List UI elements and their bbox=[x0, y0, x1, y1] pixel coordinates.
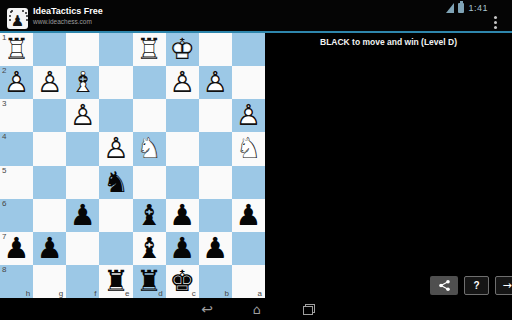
rank-label-4: 4 bbox=[2, 132, 6, 141]
square-g1[interactable] bbox=[33, 33, 66, 66]
square-f7[interactable] bbox=[66, 232, 99, 265]
recents-icon bbox=[303, 304, 315, 315]
piece-wP-b2[interactable]: ♟♙ bbox=[199, 66, 232, 99]
square-c7[interactable]: ♟ bbox=[166, 232, 199, 265]
square-f8[interactable]: f bbox=[66, 265, 99, 298]
piece-wP-c2[interactable]: ♟♙ bbox=[166, 66, 199, 99]
square-c5[interactable] bbox=[166, 166, 199, 199]
app-icon-sparks bbox=[10, 11, 12, 13]
square-f2[interactable]: ♝♗ bbox=[66, 66, 99, 99]
square-g8[interactable]: g bbox=[33, 265, 66, 298]
square-e3[interactable] bbox=[99, 99, 132, 132]
piece-wK-c1[interactable]: ♚♔ bbox=[166, 33, 199, 66]
square-d5[interactable] bbox=[133, 166, 166, 199]
piece-wR-d1[interactable]: ♜♖ bbox=[133, 33, 166, 66]
square-e7[interactable] bbox=[99, 232, 132, 265]
square-h3[interactable]: 3 bbox=[0, 99, 33, 132]
piece-bB-d6[interactable]: ♝ bbox=[133, 199, 166, 232]
square-e8[interactable]: e♜ bbox=[99, 265, 132, 298]
square-f6[interactable]: ♟ bbox=[66, 199, 99, 232]
square-b8[interactable]: b bbox=[199, 265, 232, 298]
square-d4[interactable]: ♞♘ bbox=[133, 132, 166, 165]
file-label-a: a bbox=[258, 289, 262, 298]
square-a7[interactable] bbox=[232, 232, 265, 265]
piece-wB-f2[interactable]: ♝♗ bbox=[66, 66, 99, 99]
square-e2[interactable] bbox=[99, 66, 132, 99]
nav-recents-button[interactable] bbox=[292, 298, 326, 320]
app-icon-pawn-glyph: ♟ bbox=[11, 14, 24, 29]
piece-bP-c6[interactable]: ♟ bbox=[166, 199, 199, 232]
square-h7[interactable]: 7♟ bbox=[0, 232, 33, 265]
piece-wN-a4[interactable]: ♞♘ bbox=[232, 132, 265, 165]
signal-icon bbox=[446, 3, 454, 13]
square-a8[interactable]: a bbox=[232, 265, 265, 298]
piece-bB-d7[interactable]: ♝ bbox=[133, 232, 166, 265]
square-c1[interactable]: ♚♔ bbox=[166, 33, 199, 66]
square-g7[interactable]: ♟ bbox=[33, 232, 66, 265]
square-d8[interactable]: d♜ bbox=[133, 265, 166, 298]
square-d7[interactable]: ♝ bbox=[133, 232, 166, 265]
battery-icon bbox=[458, 3, 464, 13]
square-h4[interactable]: 4 bbox=[0, 132, 33, 165]
piece-bN-e5[interactable]: ♞ bbox=[99, 166, 132, 199]
status-icons: 1:41 bbox=[446, 2, 488, 14]
piece-wN-d4[interactable]: ♞♘ bbox=[133, 132, 166, 165]
file-label-e: e bbox=[125, 289, 129, 298]
square-a6[interactable]: ♟ bbox=[232, 199, 265, 232]
app-icon: ♟ bbox=[7, 8, 28, 29]
panel-button-row: ? → bbox=[430, 276, 512, 295]
rank-label-1: 1 bbox=[2, 33, 6, 42]
square-a4[interactable]: ♞♘ bbox=[232, 132, 265, 165]
android-navigation-bar: ↩ ⌂ bbox=[0, 298, 512, 320]
square-e1[interactable] bbox=[99, 33, 132, 66]
piece-bP-f6[interactable]: ♟ bbox=[66, 199, 99, 232]
square-h1[interactable]: 1♜♖ bbox=[0, 33, 33, 66]
file-label-f: f bbox=[94, 289, 96, 298]
square-g4[interactable] bbox=[33, 132, 66, 165]
square-a5[interactable] bbox=[232, 166, 265, 199]
share-button[interactable] bbox=[430, 276, 458, 295]
rank-label-6: 6 bbox=[2, 199, 6, 208]
square-g6[interactable] bbox=[33, 199, 66, 232]
rank-label-3: 3 bbox=[2, 99, 6, 108]
square-a1[interactable] bbox=[232, 33, 265, 66]
file-label-b: b bbox=[224, 289, 228, 298]
share-icon bbox=[438, 279, 451, 292]
file-label-h: h bbox=[26, 289, 30, 298]
file-label-c: c bbox=[192, 289, 196, 298]
square-b4[interactable] bbox=[199, 132, 232, 165]
square-h2[interactable]: 2♟♙ bbox=[0, 66, 33, 99]
square-f1[interactable] bbox=[66, 33, 99, 66]
piece-bP-a6[interactable]: ♟ bbox=[232, 199, 265, 232]
app-screen: ♟ IdeaTactics Free www.ideachess.com 1:4… bbox=[0, 0, 512, 320]
help-button[interactable]: ? bbox=[464, 276, 489, 295]
nav-back-button[interactable]: ↩ bbox=[190, 298, 224, 320]
square-a3[interactable]: ♟♙ bbox=[232, 99, 265, 132]
piece-bP-c7[interactable]: ♟ bbox=[166, 232, 199, 265]
square-f3[interactable]: ♟♙ bbox=[66, 99, 99, 132]
square-f4[interactable] bbox=[66, 132, 99, 165]
app-title: IdeaTactics Free bbox=[33, 6, 103, 16]
piece-wP-f3[interactable]: ♟♙ bbox=[66, 99, 99, 132]
square-e6[interactable] bbox=[99, 199, 132, 232]
rank-label-8: 8 bbox=[2, 265, 6, 274]
overflow-dots-icon bbox=[494, 21, 497, 24]
home-icon: ⌂ bbox=[253, 302, 261, 317]
square-d2[interactable] bbox=[133, 66, 166, 99]
square-d6[interactable]: ♝ bbox=[133, 199, 166, 232]
square-b7[interactable]: ♟ bbox=[199, 232, 232, 265]
file-label-d: d bbox=[158, 289, 162, 298]
square-c8[interactable]: c♚ bbox=[166, 265, 199, 298]
chess-board: 1♜♖♜♖♚♔2♟♙♟♙♝♗♟♙♟♙3♟♙♟♙4♟♙♞♘♞♘5♞6♟♝♟♟7♟♟… bbox=[0, 33, 265, 298]
square-h5[interactable]: 5 bbox=[0, 166, 33, 199]
nav-home-button[interactable]: ⌂ bbox=[240, 298, 274, 320]
square-h8[interactable]: 8h bbox=[0, 265, 33, 298]
rank-label-5: 5 bbox=[2, 166, 6, 175]
square-c6[interactable]: ♟ bbox=[166, 199, 199, 232]
piece-wP-e4[interactable]: ♟♙ bbox=[99, 132, 132, 165]
piece-wP-a3[interactable]: ♟♙ bbox=[232, 99, 265, 132]
square-b3[interactable] bbox=[199, 99, 232, 132]
file-label-g: g bbox=[59, 289, 63, 298]
square-c3[interactable] bbox=[166, 99, 199, 132]
square-g3[interactable] bbox=[33, 99, 66, 132]
square-b1[interactable] bbox=[199, 33, 232, 66]
square-c4[interactable] bbox=[166, 132, 199, 165]
square-h6[interactable]: 6 bbox=[0, 199, 33, 232]
square-b6[interactable] bbox=[199, 199, 232, 232]
square-a2[interactable] bbox=[232, 66, 265, 99]
side-panel: BLACK to move and win (Level D) ? → bbox=[265, 33, 512, 298]
overflow-menu-button[interactable] bbox=[488, 14, 502, 30]
piece-bP-b7[interactable]: ♟ bbox=[199, 232, 232, 265]
status-clock: 1:41 bbox=[468, 3, 488, 13]
square-f5[interactable] bbox=[66, 166, 99, 199]
square-b5[interactable] bbox=[199, 166, 232, 199]
square-g5[interactable] bbox=[33, 166, 66, 199]
piece-wP-g2[interactable]: ♟♙ bbox=[33, 66, 66, 99]
rank-label-2: 2 bbox=[2, 66, 6, 75]
square-b2[interactable]: ♟♙ bbox=[199, 66, 232, 99]
app-subtitle: www.ideachess.com bbox=[33, 18, 92, 25]
square-c2[interactable]: ♟♙ bbox=[166, 66, 199, 99]
square-d1[interactable]: ♜♖ bbox=[133, 33, 166, 66]
next-button[interactable]: → bbox=[495, 276, 512, 295]
square-d3[interactable] bbox=[133, 99, 166, 132]
square-g2[interactable]: ♟♙ bbox=[33, 66, 66, 99]
task-text: BLACK to move and win (Level D) bbox=[265, 37, 512, 47]
square-e5[interactable]: ♞ bbox=[99, 166, 132, 199]
back-icon: ↩ bbox=[201, 301, 213, 317]
rank-label-7: 7 bbox=[2, 232, 6, 241]
top-bar: ♟ IdeaTactics Free www.ideachess.com 1:4… bbox=[0, 0, 512, 31]
square-e4[interactable]: ♟♙ bbox=[99, 132, 132, 165]
piece-bP-g7[interactable]: ♟ bbox=[33, 232, 66, 265]
